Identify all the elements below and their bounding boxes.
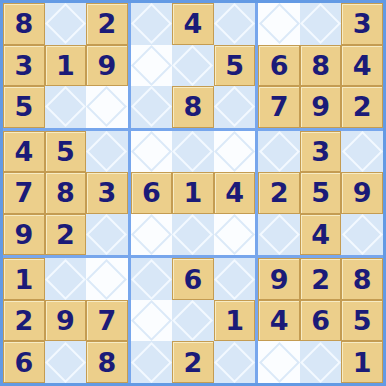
diamond-icon <box>259 214 300 255</box>
cell-r4c7[interactable] <box>258 131 300 173</box>
cell-value: 7 <box>97 307 116 334</box>
cell-r6c8: 4 <box>300 214 342 256</box>
cell-r2c9: 4 <box>341 45 383 87</box>
cell-value: 9 <box>14 221 33 248</box>
cell-r8c6: 1 <box>214 300 256 342</box>
cell-r8c7: 4 <box>258 300 300 342</box>
cell-r7c9: 8 <box>341 258 383 300</box>
cell-value: 2 <box>311 266 330 293</box>
cell-value: 4 <box>14 138 33 165</box>
diamond-icon <box>172 300 213 341</box>
cell-r8c2: 9 <box>45 300 87 342</box>
cell-value: 6 <box>184 266 203 293</box>
cell-r8c1: 2 <box>3 300 45 342</box>
cell-r2c5[interactable] <box>172 45 214 87</box>
diamond-icon <box>131 259 172 300</box>
cell-r1c2[interactable] <box>45 3 87 45</box>
cell-r4c3[interactable] <box>86 131 128 173</box>
diamond-icon <box>214 86 255 127</box>
cell-r8c8: 6 <box>300 300 342 342</box>
cell-r3c8: 9 <box>300 86 342 128</box>
cell-value: 9 <box>56 307 75 334</box>
cell-r5c1: 7 <box>3 172 45 214</box>
cell-r9c7[interactable] <box>258 341 300 383</box>
box-3-3: 9284651 <box>258 258 383 383</box>
cell-r4c4[interactable] <box>131 131 173 173</box>
cell-value: 3 <box>97 179 116 206</box>
cell-r9c8[interactable] <box>300 341 342 383</box>
cell-r1c9: 3 <box>341 3 383 45</box>
cell-r6c4[interactable] <box>131 214 173 256</box>
cell-r3c6[interactable] <box>214 86 256 128</box>
cell-value: 7 <box>14 179 33 206</box>
cell-r5c2: 8 <box>45 172 87 214</box>
box-3-2: 612 <box>131 258 256 383</box>
cell-value: 3 <box>353 10 372 37</box>
box-2-2: 614 <box>131 131 256 256</box>
diamond-icon <box>172 45 213 86</box>
cell-value: 2 <box>97 10 116 37</box>
cell-value: 4 <box>353 52 372 79</box>
cell-r4c1: 4 <box>3 131 45 173</box>
cell-value: 6 <box>270 52 289 79</box>
diamond-icon <box>45 342 86 383</box>
cell-r4c5[interactable] <box>172 131 214 173</box>
cell-value: 7 <box>270 93 289 120</box>
cell-r9c4[interactable] <box>131 341 173 383</box>
sudoku-board: 8231954583684792457839261432594129768612… <box>0 0 386 386</box>
cell-r4c6[interactable] <box>214 131 256 173</box>
cell-value: 5 <box>225 52 244 79</box>
cell-r7c2[interactable] <box>45 258 87 300</box>
cell-r2c7: 6 <box>258 45 300 87</box>
cell-value: 5 <box>56 138 75 165</box>
cell-r6c5[interactable] <box>172 214 214 256</box>
cell-value: 4 <box>225 179 244 206</box>
cell-value: 3 <box>311 138 330 165</box>
cell-r2c8: 8 <box>300 45 342 87</box>
cell-r1c7[interactable] <box>258 3 300 45</box>
cell-r7c8: 2 <box>300 258 342 300</box>
diamond-icon <box>86 259 127 300</box>
box-1-2: 458 <box>131 3 256 128</box>
diamond-icon <box>131 214 172 255</box>
cell-value: 1 <box>225 307 244 334</box>
cell-r5c3: 3 <box>86 172 128 214</box>
cell-r6c7[interactable] <box>258 214 300 256</box>
cell-value: 6 <box>142 179 161 206</box>
cell-value: 9 <box>97 52 116 79</box>
cell-value: 8 <box>56 179 75 206</box>
cell-r9c1: 6 <box>3 341 45 383</box>
cell-value: 9 <box>353 179 372 206</box>
cell-r9c9: 1 <box>341 341 383 383</box>
diamond-icon <box>131 300 172 341</box>
diamond-icon <box>45 3 86 44</box>
cell-r9c5: 2 <box>172 341 214 383</box>
cell-value: 8 <box>311 52 330 79</box>
cell-r3c5: 8 <box>172 86 214 128</box>
cell-r2c3: 9 <box>86 45 128 87</box>
cell-value: 2 <box>14 307 33 334</box>
cell-value: 5 <box>14 93 33 120</box>
diamond-icon <box>86 86 127 127</box>
cell-r5c6: 4 <box>214 172 256 214</box>
cell-r1c3: 2 <box>86 3 128 45</box>
diamond-icon <box>300 3 341 44</box>
box-2-3: 32594 <box>258 131 383 256</box>
diamond-icon <box>259 3 300 44</box>
diamond-icon <box>45 259 86 300</box>
cell-r1c6[interactable] <box>214 3 256 45</box>
diamond-icon <box>214 131 255 172</box>
cell-r5c5: 1 <box>172 172 214 214</box>
diamond-icon <box>172 131 213 172</box>
cell-value: 1 <box>353 349 372 376</box>
diamond-icon <box>342 131 383 172</box>
cell-r9c2[interactable] <box>45 341 87 383</box>
cell-value: 2 <box>184 349 203 376</box>
cell-value: 8 <box>97 349 116 376</box>
cell-r3c7: 7 <box>258 86 300 128</box>
diamond-icon <box>131 86 172 127</box>
cell-r5c4: 6 <box>131 172 173 214</box>
cell-r3c1: 5 <box>3 86 45 128</box>
cell-r1c4[interactable] <box>131 3 173 45</box>
cell-r2c1: 3 <box>3 45 45 87</box>
box-1-1: 823195 <box>3 3 128 128</box>
cell-r1c5: 4 <box>172 3 214 45</box>
cell-r7c4[interactable] <box>131 258 173 300</box>
cell-r7c3[interactable] <box>86 258 128 300</box>
cell-value: 9 <box>311 93 330 120</box>
cell-r7c7: 9 <box>258 258 300 300</box>
cell-r1c1: 8 <box>3 3 45 45</box>
box-1-3: 3684792 <box>258 3 383 128</box>
cell-r3c9: 2 <box>341 86 383 128</box>
cell-r9c6[interactable] <box>214 341 256 383</box>
cell-value: 8 <box>14 10 33 37</box>
cell-value: 2 <box>353 93 372 120</box>
cell-value: 4 <box>311 221 330 248</box>
cell-r6c9[interactable] <box>341 214 383 256</box>
cell-r7c1: 1 <box>3 258 45 300</box>
diamond-icon <box>172 214 213 255</box>
diamond-icon <box>86 214 127 255</box>
cell-value: 6 <box>14 349 33 376</box>
cell-r1c8[interactable] <box>300 3 342 45</box>
box-2-1: 4578392 <box>3 131 128 256</box>
cell-r6c6[interactable] <box>214 214 256 256</box>
cell-r6c2: 2 <box>45 214 87 256</box>
cell-value: 2 <box>56 221 75 248</box>
cell-r9c3: 8 <box>86 341 128 383</box>
cell-r8c5[interactable] <box>172 300 214 342</box>
cell-r8c4[interactable] <box>131 300 173 342</box>
cell-value: 9 <box>270 266 289 293</box>
diamond-icon <box>131 342 172 383</box>
cell-r5c7: 2 <box>258 172 300 214</box>
cell-r2c6: 5 <box>214 45 256 87</box>
cell-value: 1 <box>14 266 33 293</box>
cell-value: 8 <box>353 266 372 293</box>
diamond-icon <box>259 342 300 383</box>
diamond-icon <box>214 342 255 383</box>
diamond-icon <box>300 342 341 383</box>
cell-r7c5: 6 <box>172 258 214 300</box>
cell-value: 4 <box>270 307 289 334</box>
box-3-1: 129768 <box>3 258 128 383</box>
cell-r6c1: 9 <box>3 214 45 256</box>
cell-r5c9: 9 <box>341 172 383 214</box>
diamond-icon <box>131 45 172 86</box>
diamond-icon <box>131 131 172 172</box>
cell-r3c2[interactable] <box>45 86 87 128</box>
cell-r5c8: 5 <box>300 172 342 214</box>
cell-value: 8 <box>184 93 203 120</box>
diamond-icon <box>214 3 255 44</box>
cell-value: 1 <box>184 179 203 206</box>
cell-value: 3 <box>14 52 33 79</box>
cell-value: 5 <box>311 179 330 206</box>
cell-r8c3: 7 <box>86 300 128 342</box>
diamond-icon <box>259 131 300 172</box>
cell-r2c4[interactable] <box>131 45 173 87</box>
cell-r3c3[interactable] <box>86 86 128 128</box>
cell-r8c9: 5 <box>341 300 383 342</box>
cell-value: 5 <box>353 307 372 334</box>
cell-value: 2 <box>270 179 289 206</box>
cell-r3c4[interactable] <box>131 86 173 128</box>
cell-value: 1 <box>56 52 75 79</box>
diamond-icon <box>214 259 255 300</box>
cell-value: 6 <box>311 307 330 334</box>
diamond-icon <box>342 214 383 255</box>
cell-r6c3[interactable] <box>86 214 128 256</box>
cell-r4c9[interactable] <box>341 131 383 173</box>
diamond-icon <box>45 86 86 127</box>
diamond-icon <box>131 3 172 44</box>
diamond-icon <box>86 131 127 172</box>
cell-value: 4 <box>184 10 203 37</box>
cell-r2c2: 1 <box>45 45 87 87</box>
diamond-icon <box>214 214 255 255</box>
cell-r4c8: 3 <box>300 131 342 173</box>
cell-r4c2: 5 <box>45 131 87 173</box>
cell-r7c6[interactable] <box>214 258 256 300</box>
